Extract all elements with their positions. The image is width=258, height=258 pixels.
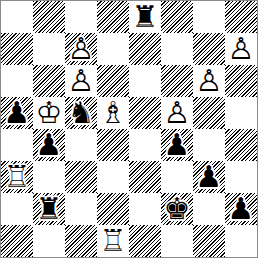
square-c7[interactable]: ♟♙: [65, 33, 97, 65]
square-b8[interactable]: [33, 1, 65, 33]
square-h2[interactable]: ♟♟: [225, 193, 257, 225]
square-f8[interactable]: [161, 1, 193, 33]
square-g7[interactable]: [193, 33, 225, 65]
square-a6[interactable]: [1, 65, 33, 97]
square-b5[interactable]: ♚♔: [33, 97, 65, 129]
piece-black-rook: ♜♜: [33, 193, 65, 225]
piece-black-pawn: ♟♟: [1, 97, 33, 129]
square-d7[interactable]: [97, 33, 129, 65]
square-a5[interactable]: ♟♟: [1, 97, 33, 129]
square-d2[interactable]: [97, 193, 129, 225]
piece-black-knight-glyph: ♞: [65, 97, 97, 129]
square-e1[interactable]: [129, 225, 161, 257]
square-c2[interactable]: [65, 193, 97, 225]
square-e4[interactable]: [129, 129, 161, 161]
square-a1[interactable]: [1, 225, 33, 257]
square-f3[interactable]: [161, 161, 193, 193]
square-b1[interactable]: [33, 225, 65, 257]
square-c5[interactable]: ♞♞: [65, 97, 97, 129]
square-a2[interactable]: [1, 193, 33, 225]
piece-white-pawn: ♟♙: [225, 33, 257, 65]
square-e5[interactable]: [129, 97, 161, 129]
square-c8[interactable]: [65, 1, 97, 33]
square-g8[interactable]: [193, 1, 225, 33]
piece-black-pawn: ♟♟: [161, 129, 193, 161]
piece-white-pawn: ♟♙: [161, 97, 193, 129]
piece-black-pawn-glyph: ♟: [193, 161, 225, 193]
piece-black-king-glyph: ♚: [161, 193, 193, 225]
square-f4[interactable]: ♟♟: [161, 129, 193, 161]
square-c3[interactable]: [65, 161, 97, 193]
square-b3[interactable]: [33, 161, 65, 193]
square-h6[interactable]: [225, 65, 257, 97]
piece-white-pawn-glyph: ♙: [225, 33, 257, 65]
square-a4[interactable]: [1, 129, 33, 161]
piece-white-pawn-glyph: ♙: [161, 97, 193, 129]
piece-white-rook-glyph: ♖: [97, 225, 129, 257]
square-g6[interactable]: ♟♙: [193, 65, 225, 97]
piece-white-pawn: ♟♙: [65, 33, 97, 65]
piece-white-bishop: ♝♗: [97, 97, 129, 129]
piece-black-pawn-glyph: ♟: [1, 97, 33, 129]
square-d5[interactable]: ♝♗: [97, 97, 129, 129]
square-b6[interactable]: [33, 65, 65, 97]
square-d8[interactable]: [97, 1, 129, 33]
piece-white-king-glyph: ♔: [33, 97, 65, 129]
square-e3[interactable]: [129, 161, 161, 193]
piece-black-rook-glyph: ♜: [33, 193, 65, 225]
square-g5[interactable]: [193, 97, 225, 129]
piece-white-pawn: ♟♙: [65, 65, 97, 97]
square-a3[interactable]: ♜♖: [1, 161, 33, 193]
piece-white-king: ♚♔: [33, 97, 65, 129]
square-h4[interactable]: [225, 129, 257, 161]
chess-board: ♜♜♟♙♟♙♟♙♟♙♟♟♚♔♞♞♝♗♟♙♟♟♟♟♜♖♟♟♜♜♚♚♟♟♜♖: [0, 0, 258, 258]
square-h3[interactable]: [225, 161, 257, 193]
piece-white-pawn-glyph: ♙: [193, 65, 225, 97]
piece-white-pawn-glyph: ♙: [65, 33, 97, 65]
square-f7[interactable]: [161, 33, 193, 65]
square-d6[interactable]: [97, 65, 129, 97]
square-e6[interactable]: [129, 65, 161, 97]
square-f5[interactable]: ♟♙: [161, 97, 193, 129]
square-e8[interactable]: ♜♜: [129, 1, 161, 33]
square-c1[interactable]: [65, 225, 97, 257]
piece-black-pawn-glyph: ♟: [161, 129, 193, 161]
square-h7[interactable]: ♟♙: [225, 33, 257, 65]
square-b4[interactable]: ♟♟: [33, 129, 65, 161]
piece-white-pawn: ♟♙: [193, 65, 225, 97]
square-h1[interactable]: [225, 225, 257, 257]
piece-white-pawn-glyph: ♙: [65, 65, 97, 97]
square-e2[interactable]: [129, 193, 161, 225]
piece-black-pawn: ♟♟: [33, 129, 65, 161]
piece-black-rook-glyph: ♜: [129, 1, 161, 33]
piece-black-pawn-glyph: ♟: [33, 129, 65, 161]
square-h8[interactable]: [225, 1, 257, 33]
square-f2[interactable]: ♚♚: [161, 193, 193, 225]
square-f1[interactable]: [161, 225, 193, 257]
square-b7[interactable]: [33, 33, 65, 65]
piece-white-rook: ♜♖: [97, 225, 129, 257]
square-d3[interactable]: [97, 161, 129, 193]
piece-black-knight: ♞♞: [65, 97, 97, 129]
piece-black-pawn-glyph: ♟: [225, 193, 257, 225]
square-h5[interactable]: [225, 97, 257, 129]
square-g4[interactable]: [193, 129, 225, 161]
piece-white-rook: ♜♖: [1, 161, 33, 193]
square-a7[interactable]: [1, 33, 33, 65]
square-b2[interactable]: ♜♜: [33, 193, 65, 225]
piece-white-rook-glyph: ♖: [1, 161, 33, 193]
piece-black-pawn: ♟♟: [225, 193, 257, 225]
square-g1[interactable]: [193, 225, 225, 257]
square-f6[interactable]: [161, 65, 193, 97]
piece-black-rook: ♜♜: [129, 1, 161, 33]
square-a8[interactable]: [1, 1, 33, 33]
piece-black-king: ♚♚: [161, 193, 193, 225]
square-d1[interactable]: ♜♖: [97, 225, 129, 257]
square-d4[interactable]: [97, 129, 129, 161]
square-g3[interactable]: ♟♟: [193, 161, 225, 193]
square-e7[interactable]: [129, 33, 161, 65]
square-c6[interactable]: ♟♙: [65, 65, 97, 97]
piece-white-bishop-glyph: ♗: [97, 97, 129, 129]
chess-diagram: ♜♜♟♙♟♙♟♙♟♙♟♟♚♔♞♞♝♗♟♙♟♟♟♟♜♖♟♟♜♜♚♚♟♟♜♖: [0, 0, 258, 258]
square-c4[interactable]: [65, 129, 97, 161]
square-g2[interactable]: [193, 193, 225, 225]
piece-black-pawn: ♟♟: [193, 161, 225, 193]
